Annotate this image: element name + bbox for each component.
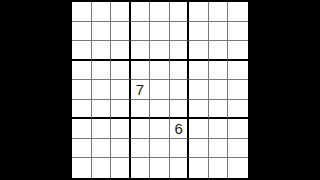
cell-r5c7[interactable] <box>189 80 209 100</box>
cell-r1c5[interactable] <box>150 2 170 22</box>
cell-r5c8[interactable] <box>209 80 229 100</box>
cell-r7c7[interactable] <box>189 119 209 139</box>
cell-r3c2[interactable] <box>92 41 112 61</box>
cell-r9c1[interactable] <box>72 158 92 178</box>
cell-r6c4[interactable] <box>131 100 151 120</box>
given-digit: 7 <box>136 82 144 97</box>
cell-r4c3[interactable] <box>111 61 131 81</box>
cell-r8c7[interactable] <box>189 139 209 159</box>
cell-r6c7[interactable] <box>189 100 209 120</box>
cell-r5c5[interactable] <box>150 80 170 100</box>
cell-r2c4[interactable] <box>131 22 151 42</box>
cell-r6c2[interactable] <box>92 100 112 120</box>
cell-r9c8[interactable] <box>209 158 229 178</box>
cell-r9c9[interactable] <box>228 158 248 178</box>
cell-r7c8[interactable] <box>209 119 229 139</box>
cell-r5c9[interactable] <box>228 80 248 100</box>
cell-r7c6[interactable]: 6 <box>170 119 190 139</box>
cell-r2c3[interactable] <box>111 22 131 42</box>
cell-r8c4[interactable] <box>131 139 151 159</box>
cell-r5c3[interactable] <box>111 80 131 100</box>
cell-r7c3[interactable] <box>111 119 131 139</box>
cell-r8c3[interactable] <box>111 139 131 159</box>
cell-r9c7[interactable] <box>189 158 209 178</box>
cell-r8c2[interactable] <box>92 139 112 159</box>
cell-r2c9[interactable] <box>228 22 248 42</box>
cell-r5c6[interactable] <box>170 80 190 100</box>
cell-r3c5[interactable] <box>150 41 170 61</box>
cell-r5c2[interactable] <box>92 80 112 100</box>
cell-r1c9[interactable] <box>228 2 248 22</box>
cell-r9c6[interactable] <box>170 158 190 178</box>
cell-r9c3[interactable] <box>111 158 131 178</box>
cell-r3c8[interactable] <box>209 41 229 61</box>
cell-r9c2[interactable] <box>92 158 112 178</box>
cell-r1c4[interactable] <box>131 2 151 22</box>
cell-r4c4[interactable] <box>131 61 151 81</box>
cell-r4c7[interactable] <box>189 61 209 81</box>
cell-r6c1[interactable] <box>72 100 92 120</box>
cell-r4c6[interactable] <box>170 61 190 81</box>
cell-r7c4[interactable] <box>131 119 151 139</box>
cell-r6c8[interactable] <box>209 100 229 120</box>
cell-r3c3[interactable] <box>111 41 131 61</box>
cell-r4c9[interactable] <box>228 61 248 81</box>
cell-r3c1[interactable] <box>72 41 92 61</box>
cell-r4c2[interactable] <box>92 61 112 81</box>
cell-r1c2[interactable] <box>92 2 112 22</box>
cell-r5c4[interactable]: 7 <box>131 80 151 100</box>
cell-r6c6[interactable] <box>170 100 190 120</box>
given-digit: 6 <box>174 121 182 136</box>
cell-r2c5[interactable] <box>150 22 170 42</box>
cell-r3c7[interactable] <box>189 41 209 61</box>
cell-r1c3[interactable] <box>111 2 131 22</box>
video-frame: 76 <box>0 0 320 180</box>
cell-r3c9[interactable] <box>228 41 248 61</box>
cell-r7c5[interactable] <box>150 119 170 139</box>
cell-r1c1[interactable] <box>72 2 92 22</box>
cell-r1c6[interactable] <box>170 2 190 22</box>
cell-r1c7[interactable] <box>189 2 209 22</box>
cell-r7c1[interactable] <box>72 119 92 139</box>
cell-r4c1[interactable] <box>72 61 92 81</box>
cell-r2c8[interactable] <box>209 22 229 42</box>
cell-r4c8[interactable] <box>209 61 229 81</box>
cell-r7c9[interactable] <box>228 119 248 139</box>
cell-r6c3[interactable] <box>111 100 131 120</box>
cell-r8c5[interactable] <box>150 139 170 159</box>
cell-r2c2[interactable] <box>92 22 112 42</box>
cell-r1c8[interactable] <box>209 2 229 22</box>
cell-r8c8[interactable] <box>209 139 229 159</box>
cell-r2c7[interactable] <box>189 22 209 42</box>
cell-r9c4[interactable] <box>131 158 151 178</box>
cell-r2c1[interactable] <box>72 22 92 42</box>
sudoku-board: 76 <box>70 0 250 180</box>
cell-r8c1[interactable] <box>72 139 92 159</box>
cell-r7c2[interactable] <box>92 119 112 139</box>
cell-r3c6[interactable] <box>170 41 190 61</box>
cell-r5c1[interactable] <box>72 80 92 100</box>
cell-r3c4[interactable] <box>131 41 151 61</box>
cell-r8c9[interactable] <box>228 139 248 159</box>
cell-r2c6[interactable] <box>170 22 190 42</box>
cell-r6c5[interactable] <box>150 100 170 120</box>
cell-r4c5[interactable] <box>150 61 170 81</box>
cell-r6c9[interactable] <box>228 100 248 120</box>
cell-r9c5[interactable] <box>150 158 170 178</box>
cell-r8c6[interactable] <box>170 139 190 159</box>
